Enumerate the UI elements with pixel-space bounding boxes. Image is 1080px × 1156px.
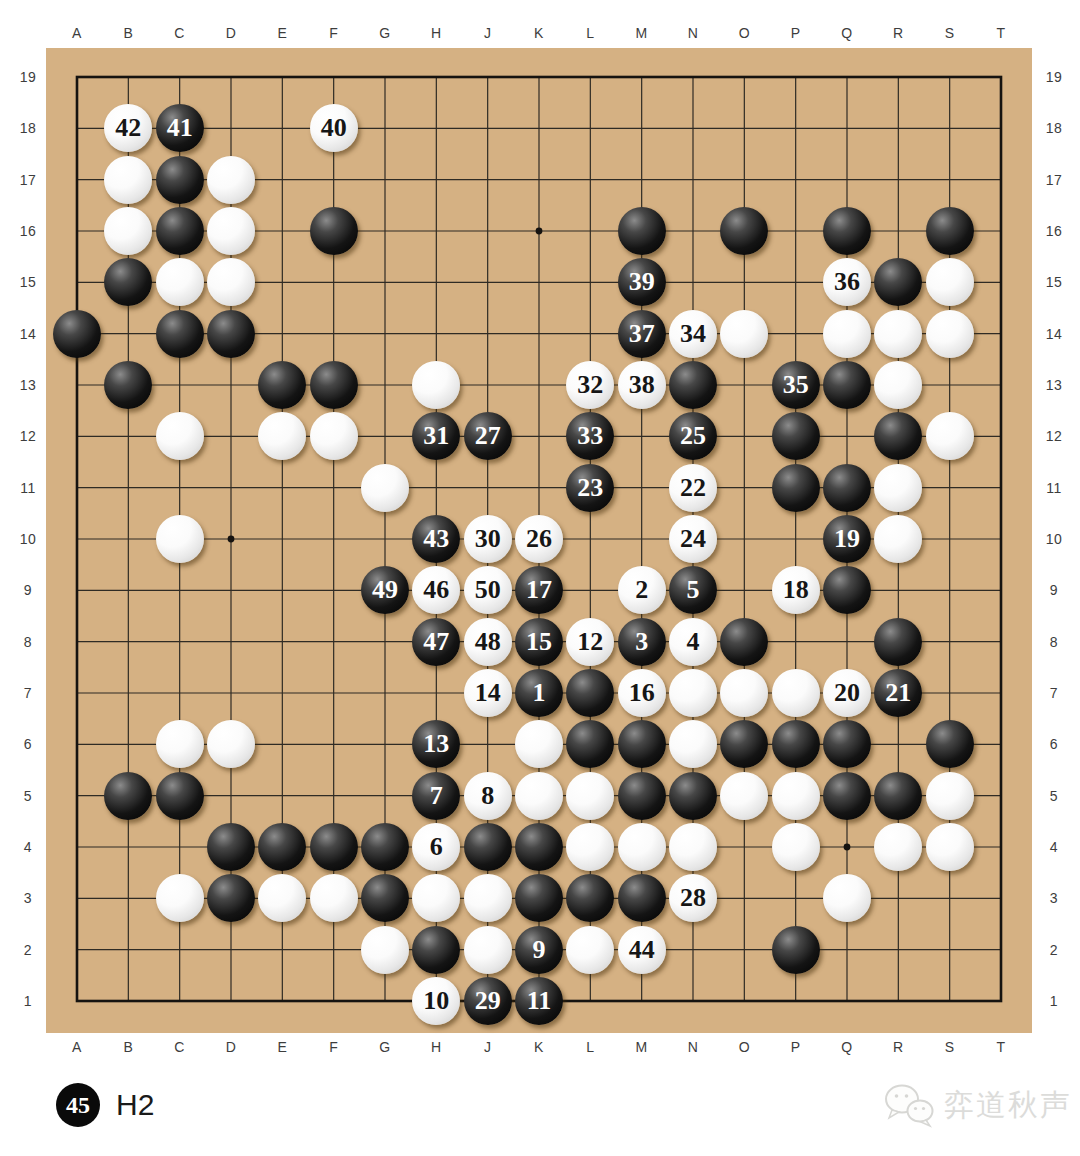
stone xyxy=(361,823,409,871)
stone xyxy=(156,156,204,204)
stone: 11 xyxy=(515,977,563,1025)
stone-number: 30 xyxy=(475,526,501,552)
stone xyxy=(464,926,512,974)
stone-number: 22 xyxy=(680,475,706,501)
stone xyxy=(515,874,563,922)
stone xyxy=(361,926,409,974)
stone-number: 2 xyxy=(635,577,648,603)
stone: 20 xyxy=(823,669,871,717)
stone: 23 xyxy=(566,464,614,512)
stone xyxy=(823,310,871,358)
stone xyxy=(669,720,717,768)
stone xyxy=(874,464,922,512)
stone xyxy=(926,720,974,768)
stone xyxy=(720,207,768,255)
column-label-top: N xyxy=(681,25,705,41)
stone-number: 31 xyxy=(423,423,449,449)
stone: 48 xyxy=(464,618,512,666)
column-label-top: J xyxy=(476,25,500,41)
stone: 37 xyxy=(618,310,666,358)
watermark-text: 弈道秋声 xyxy=(944,1085,1072,1126)
column-label-top: L xyxy=(578,25,602,41)
stone xyxy=(156,515,204,563)
stone xyxy=(156,207,204,255)
stone-number: 40 xyxy=(321,115,347,141)
stone: 7 xyxy=(412,772,460,820)
column-label-bottom: P xyxy=(784,1039,808,1055)
column-label-top: O xyxy=(732,25,756,41)
stone: 10 xyxy=(412,977,460,1025)
stone xyxy=(361,874,409,922)
stone xyxy=(823,207,871,255)
stone: 2 xyxy=(618,566,666,614)
stone xyxy=(772,464,820,512)
row-label-left: 17 xyxy=(12,172,44,188)
stone xyxy=(207,874,255,922)
stone xyxy=(772,720,820,768)
column-label-bottom: M xyxy=(630,1039,654,1055)
row-label-left: 11 xyxy=(12,480,44,496)
row-label-left: 2 xyxy=(12,942,44,958)
stone: 26 xyxy=(515,515,563,563)
column-label-top: R xyxy=(886,25,910,41)
row-label-left: 1 xyxy=(12,993,44,1009)
stone xyxy=(310,361,358,409)
row-label-right: 17 xyxy=(1038,172,1070,188)
stone xyxy=(823,566,871,614)
stone: 43 xyxy=(412,515,460,563)
stone: 30 xyxy=(464,515,512,563)
stone-number: 32 xyxy=(577,372,603,398)
stone: 40 xyxy=(310,104,358,152)
stone: 15 xyxy=(515,618,563,666)
stone xyxy=(310,207,358,255)
stone-number: 35 xyxy=(783,372,809,398)
stone: 18 xyxy=(772,566,820,614)
column-label-bottom: C xyxy=(168,1039,192,1055)
row-label-right: 2 xyxy=(1038,942,1070,958)
stone-number: 6 xyxy=(430,834,443,860)
stone: 36 xyxy=(823,258,871,306)
row-label-right: 15 xyxy=(1038,274,1070,290)
stone: 1 xyxy=(515,669,563,717)
caption-black-stone: 45 xyxy=(56,1083,100,1127)
stone-number: 38 xyxy=(629,372,655,398)
stone xyxy=(669,669,717,717)
row-label-left: 18 xyxy=(12,120,44,136)
stone: 32 xyxy=(566,361,614,409)
row-label-right: 7 xyxy=(1038,685,1070,701)
stone-number: 10 xyxy=(423,988,449,1014)
stone: 50 xyxy=(464,566,512,614)
stone: 24 xyxy=(669,515,717,563)
column-label-top: H xyxy=(424,25,448,41)
stone xyxy=(464,874,512,922)
row-label-left: 9 xyxy=(12,582,44,598)
row-label-right: 3 xyxy=(1038,890,1070,906)
stone xyxy=(156,720,204,768)
stone xyxy=(156,772,204,820)
stone xyxy=(874,361,922,409)
column-label-bottom: R xyxy=(886,1039,910,1055)
stone-number: 48 xyxy=(475,629,501,655)
stone-number: 44 xyxy=(629,937,655,963)
stone xyxy=(823,464,871,512)
stone xyxy=(926,412,974,460)
row-label-right: 1 xyxy=(1038,993,1070,1009)
stone xyxy=(823,361,871,409)
stone xyxy=(618,772,666,820)
stone: 14 xyxy=(464,669,512,717)
stone-number: 36 xyxy=(834,269,860,295)
stone xyxy=(207,310,255,358)
stone: 25 xyxy=(669,412,717,460)
stone xyxy=(156,412,204,460)
stone xyxy=(874,772,922,820)
stone-number: 28 xyxy=(680,885,706,911)
row-label-right: 9 xyxy=(1038,582,1070,598)
row-label-left: 10 xyxy=(12,531,44,547)
stone: 5 xyxy=(669,566,717,614)
stone xyxy=(874,310,922,358)
stone-number: 26 xyxy=(526,526,552,552)
stone xyxy=(772,412,820,460)
stone-number: 49 xyxy=(372,577,398,603)
stone-number: 24 xyxy=(680,526,706,552)
wechat-icon xyxy=(882,1082,936,1128)
row-label-left: 13 xyxy=(12,377,44,393)
stone xyxy=(926,310,974,358)
stone-number: 50 xyxy=(475,577,501,603)
stone-number: 47 xyxy=(423,629,449,655)
stone: 27 xyxy=(464,412,512,460)
stone xyxy=(258,361,306,409)
stone xyxy=(361,464,409,512)
stone: 29 xyxy=(464,977,512,1025)
column-label-bottom: E xyxy=(270,1039,294,1055)
stone-number: 33 xyxy=(577,423,603,449)
stone xyxy=(207,258,255,306)
stone-number: 5 xyxy=(687,577,700,603)
column-label-bottom: Q xyxy=(835,1039,859,1055)
row-label-left: 8 xyxy=(12,634,44,650)
stone xyxy=(618,720,666,768)
column-label-bottom: J xyxy=(476,1039,500,1055)
stone-number: 13 xyxy=(423,731,449,757)
column-label-top: D xyxy=(219,25,243,41)
column-label-bottom: B xyxy=(116,1039,140,1055)
column-label-top: B xyxy=(116,25,140,41)
row-label-left: 7 xyxy=(12,685,44,701)
stone: 6 xyxy=(412,823,460,871)
stone xyxy=(874,823,922,871)
column-label-top: E xyxy=(270,25,294,41)
row-label-right: 16 xyxy=(1038,223,1070,239)
stone xyxy=(618,874,666,922)
column-label-top: F xyxy=(322,25,346,41)
stone: 16 xyxy=(618,669,666,717)
stone: 3 xyxy=(618,618,666,666)
stone-number: 39 xyxy=(629,269,655,295)
caption-move-number: 45 xyxy=(66,1093,90,1117)
row-label-right: 14 xyxy=(1038,326,1070,342)
column-label-bottom: T xyxy=(989,1039,1013,1055)
row-label-left: 3 xyxy=(12,890,44,906)
stone xyxy=(207,156,255,204)
stone xyxy=(412,926,460,974)
stone xyxy=(515,720,563,768)
stone xyxy=(669,823,717,871)
row-label-right: 11 xyxy=(1038,480,1070,496)
stone xyxy=(515,823,563,871)
stone-number: 11 xyxy=(527,988,552,1014)
stone-number: 41 xyxy=(167,115,193,141)
stone: 17 xyxy=(515,566,563,614)
stone-number: 29 xyxy=(475,988,501,1014)
column-label-bottom: F xyxy=(322,1039,346,1055)
stone xyxy=(156,258,204,306)
stone-number: 12 xyxy=(577,629,603,655)
row-label-right: 13 xyxy=(1038,377,1070,393)
stone-number: 18 xyxy=(783,577,809,603)
row-label-left: 16 xyxy=(12,223,44,239)
stone xyxy=(618,207,666,255)
row-label-left: 5 xyxy=(12,788,44,804)
column-label-top: G xyxy=(373,25,397,41)
stone: 22 xyxy=(669,464,717,512)
stone xyxy=(310,874,358,922)
row-label-left: 14 xyxy=(12,326,44,342)
stone xyxy=(104,156,152,204)
stone: 19 xyxy=(823,515,871,563)
column-label-bottom: H xyxy=(424,1039,448,1055)
stone xyxy=(669,361,717,409)
column-label-top: Q xyxy=(835,25,859,41)
stone: 49 xyxy=(361,566,409,614)
watermark: 弈道秋声 xyxy=(882,1082,1072,1128)
stone xyxy=(104,772,152,820)
stone-number: 27 xyxy=(475,423,501,449)
column-label-top: P xyxy=(784,25,808,41)
column-label-bottom: L xyxy=(578,1039,602,1055)
stone-number: 1 xyxy=(533,680,546,706)
column-label-top: C xyxy=(168,25,192,41)
stone xyxy=(772,669,820,717)
caption-move-point: H2 xyxy=(116,1088,154,1122)
stone xyxy=(207,720,255,768)
stone-number: 8 xyxy=(481,783,494,809)
stone xyxy=(566,772,614,820)
stone-number: 20 xyxy=(834,680,860,706)
row-label-left: 15 xyxy=(12,274,44,290)
stone xyxy=(618,823,666,871)
column-label-bottom: G xyxy=(373,1039,397,1055)
row-label-left: 12 xyxy=(12,428,44,444)
column-label-top: T xyxy=(989,25,1013,41)
stone xyxy=(926,207,974,255)
stone: 47 xyxy=(412,618,460,666)
stone xyxy=(772,926,820,974)
stone xyxy=(412,361,460,409)
stone: 12 xyxy=(566,618,614,666)
stone: 21 xyxy=(874,669,922,717)
stone xyxy=(207,207,255,255)
stone-number: 37 xyxy=(629,321,655,347)
stone xyxy=(566,926,614,974)
stone xyxy=(720,669,768,717)
row-label-right: 8 xyxy=(1038,634,1070,650)
stone-number: 7 xyxy=(430,783,443,809)
stone xyxy=(515,772,563,820)
stone-number: 17 xyxy=(526,577,552,603)
stone: 28 xyxy=(669,874,717,922)
row-label-right: 19 xyxy=(1038,69,1070,85)
stone xyxy=(720,772,768,820)
stone xyxy=(258,823,306,871)
row-label-right: 12 xyxy=(1038,428,1070,444)
stone xyxy=(823,772,871,820)
stone: 8 xyxy=(464,772,512,820)
row-label-right: 6 xyxy=(1038,736,1070,752)
stone-number: 14 xyxy=(475,680,501,706)
stone-number: 25 xyxy=(680,423,706,449)
row-label-right: 4 xyxy=(1038,839,1070,855)
stone-number: 43 xyxy=(423,526,449,552)
stone xyxy=(926,258,974,306)
row-label-left: 19 xyxy=(12,69,44,85)
stone xyxy=(823,720,871,768)
row-label-right: 5 xyxy=(1038,788,1070,804)
column-label-top: A xyxy=(65,25,89,41)
stone: 41 xyxy=(156,104,204,152)
stone-number: 16 xyxy=(629,680,655,706)
stone xyxy=(926,823,974,871)
stone xyxy=(874,618,922,666)
column-label-bottom: D xyxy=(219,1039,243,1055)
go-diagram-page: AABBCCDDEEFFGGHHJJKKLLMMNNOOPPQQRRSSTT19… xyxy=(0,0,1080,1156)
stone xyxy=(772,772,820,820)
move-caption: 45 H2 xyxy=(56,1083,154,1127)
stone: 9 xyxy=(515,926,563,974)
stone xyxy=(104,207,152,255)
stone: 39 xyxy=(618,258,666,306)
column-label-bottom: N xyxy=(681,1039,705,1055)
stone: 44 xyxy=(618,926,666,974)
stone xyxy=(720,310,768,358)
stone xyxy=(566,823,614,871)
stone: 35 xyxy=(772,361,820,409)
stone xyxy=(156,874,204,922)
stone-number: 42 xyxy=(115,115,141,141)
stone xyxy=(874,515,922,563)
stone xyxy=(207,823,255,871)
column-label-top: S xyxy=(938,25,962,41)
stone: 34 xyxy=(669,310,717,358)
stone-number: 4 xyxy=(687,629,700,655)
column-label-bottom: A xyxy=(65,1039,89,1055)
stone xyxy=(310,823,358,871)
row-label-right: 10 xyxy=(1038,531,1070,547)
row-label-left: 6 xyxy=(12,736,44,752)
stone-number: 21 xyxy=(885,680,911,706)
stone-number: 9 xyxy=(533,937,546,963)
stone-number: 19 xyxy=(834,526,860,552)
stone xyxy=(310,412,358,460)
stone xyxy=(669,772,717,820)
stone-number: 3 xyxy=(635,629,648,655)
row-label-right: 18 xyxy=(1038,120,1070,136)
stone xyxy=(156,310,204,358)
stone xyxy=(823,874,871,922)
column-label-top: K xyxy=(527,25,551,41)
row-label-left: 4 xyxy=(12,839,44,855)
column-label-bottom: S xyxy=(938,1039,962,1055)
stone xyxy=(720,618,768,666)
stone-number: 46 xyxy=(423,577,449,603)
stone: 4 xyxy=(669,618,717,666)
stone-number: 23 xyxy=(577,475,603,501)
column-label-bottom: O xyxy=(732,1039,756,1055)
stone-number: 15 xyxy=(526,629,552,655)
stone xyxy=(464,823,512,871)
column-label-bottom: K xyxy=(527,1039,551,1055)
stone xyxy=(772,823,820,871)
stone xyxy=(566,669,614,717)
stone: 38 xyxy=(618,361,666,409)
stone xyxy=(926,772,974,820)
column-label-top: M xyxy=(630,25,654,41)
stone xyxy=(53,310,101,358)
stone xyxy=(104,361,152,409)
stone-number: 34 xyxy=(680,321,706,347)
